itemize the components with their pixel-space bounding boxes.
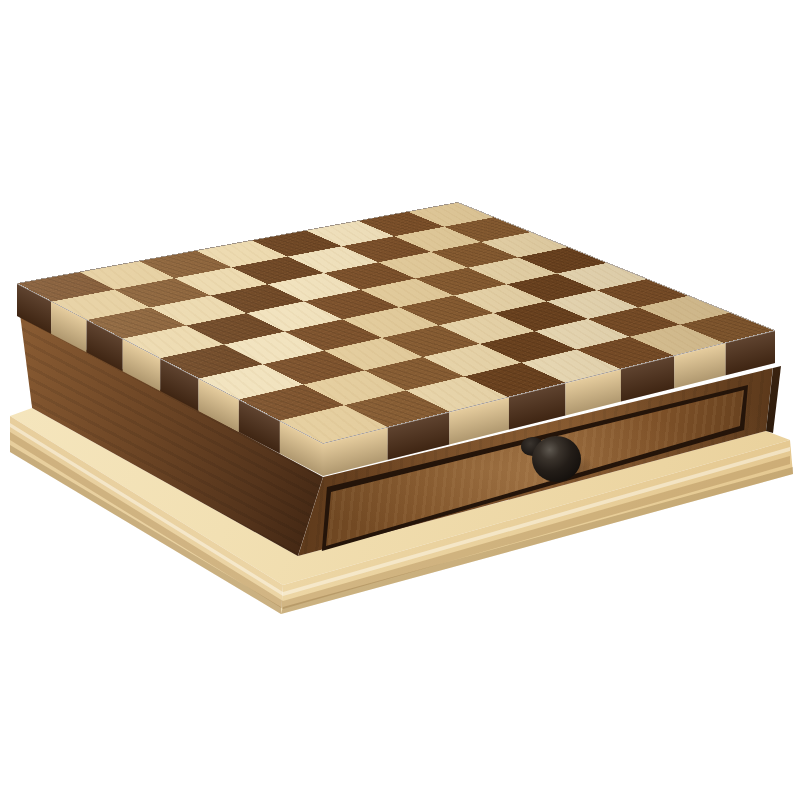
product-photo-stage [0,0,800,800]
drawer-knob [532,436,581,482]
